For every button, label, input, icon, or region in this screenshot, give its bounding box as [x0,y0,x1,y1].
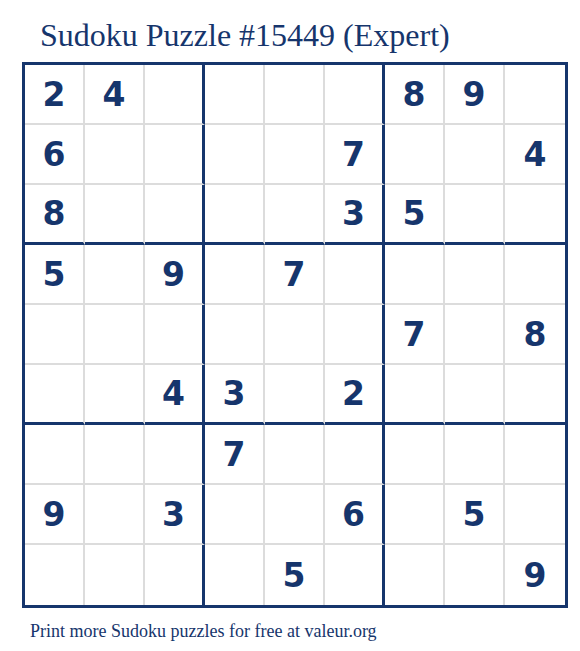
cell-r2c8 [445,125,505,185]
cell-r2c9: 4 [505,125,565,185]
cell-r6c4: 3 [205,365,265,425]
cell-r7c3 [145,425,205,485]
cell-r1c9 [505,65,565,125]
cell-r7c2 [85,425,145,485]
cell-r4c1: 5 [25,245,85,305]
cell-r2c7 [385,125,445,185]
cell-r9c2 [85,545,145,605]
cell-r3c2 [85,185,145,245]
page-title: Sudoku Puzzle #15449 (Expert) [40,16,580,54]
cell-r3c9 [505,185,565,245]
cell-r3c1: 8 [25,185,85,245]
cell-r5c7: 7 [385,305,445,365]
cell-r6c1 [25,365,85,425]
cell-r5c3 [145,305,205,365]
cell-r1c1: 2 [25,65,85,125]
cell-r4c3: 9 [145,245,205,305]
cell-r2c2 [85,125,145,185]
cell-r4c6 [325,245,385,305]
cell-r3c4 [205,185,265,245]
cell-r8c6: 6 [325,485,385,545]
cell-r9c6 [325,545,385,605]
cell-r9c1 [25,545,85,605]
cell-r2c4 [205,125,265,185]
cell-r3c6: 3 [325,185,385,245]
cell-r1c7: 8 [385,65,445,125]
cell-r3c7: 5 [385,185,445,245]
cell-r6c9 [505,365,565,425]
sudoku-page: Sudoku Puzzle #15449 (Expert) 2489674835… [0,16,580,642]
cell-r8c8: 5 [445,485,505,545]
cell-r1c5 [265,65,325,125]
cell-r4c8 [445,245,505,305]
cell-r1c6 [325,65,385,125]
cell-r6c5 [265,365,325,425]
cell-r3c8 [445,185,505,245]
cell-r4c4 [205,245,265,305]
cell-r1c3 [145,65,205,125]
cell-r4c9 [505,245,565,305]
cell-r2c6: 7 [325,125,385,185]
cell-r7c7 [385,425,445,485]
cell-r9c7 [385,545,445,605]
cell-r7c9 [505,425,565,485]
cell-r5c2 [85,305,145,365]
cell-r1c2: 4 [85,65,145,125]
cell-r9c5: 5 [265,545,325,605]
sudoku-grid: 2489674835597784327936559 [22,62,568,608]
cell-r4c7 [385,245,445,305]
cell-r9c4 [205,545,265,605]
cell-r7c6 [325,425,385,485]
cell-r6c2 [85,365,145,425]
cell-r7c8 [445,425,505,485]
cell-r8c2 [85,485,145,545]
cell-r9c8 [445,545,505,605]
cell-r5c8 [445,305,505,365]
cell-r7c1 [25,425,85,485]
cell-r4c5: 7 [265,245,325,305]
cell-r3c3 [145,185,205,245]
cell-r7c5 [265,425,325,485]
cell-r7c4: 7 [205,425,265,485]
cell-r9c3 [145,545,205,605]
cell-r5c6 [325,305,385,365]
cell-r2c5 [265,125,325,185]
cell-r6c3: 4 [145,365,205,425]
cell-r1c8: 9 [445,65,505,125]
footer-note: Print more Sudoku puzzles for free at va… [30,621,580,642]
cell-r8c9 [505,485,565,545]
cell-r5c9: 8 [505,305,565,365]
cell-r8c4 [205,485,265,545]
cell-r1c4 [205,65,265,125]
cell-r3c5 [265,185,325,245]
cell-r5c4 [205,305,265,365]
cell-r8c7 [385,485,445,545]
cell-r2c1: 6 [25,125,85,185]
cell-r5c1 [25,305,85,365]
cell-r9c9: 9 [505,545,565,605]
cell-r6c7 [385,365,445,425]
cell-r4c2 [85,245,145,305]
cell-r8c1: 9 [25,485,85,545]
cell-r6c6: 2 [325,365,385,425]
cell-r6c8 [445,365,505,425]
cell-r2c3 [145,125,205,185]
cell-r8c3: 3 [145,485,205,545]
cell-r8c5 [265,485,325,545]
cell-r5c5 [265,305,325,365]
